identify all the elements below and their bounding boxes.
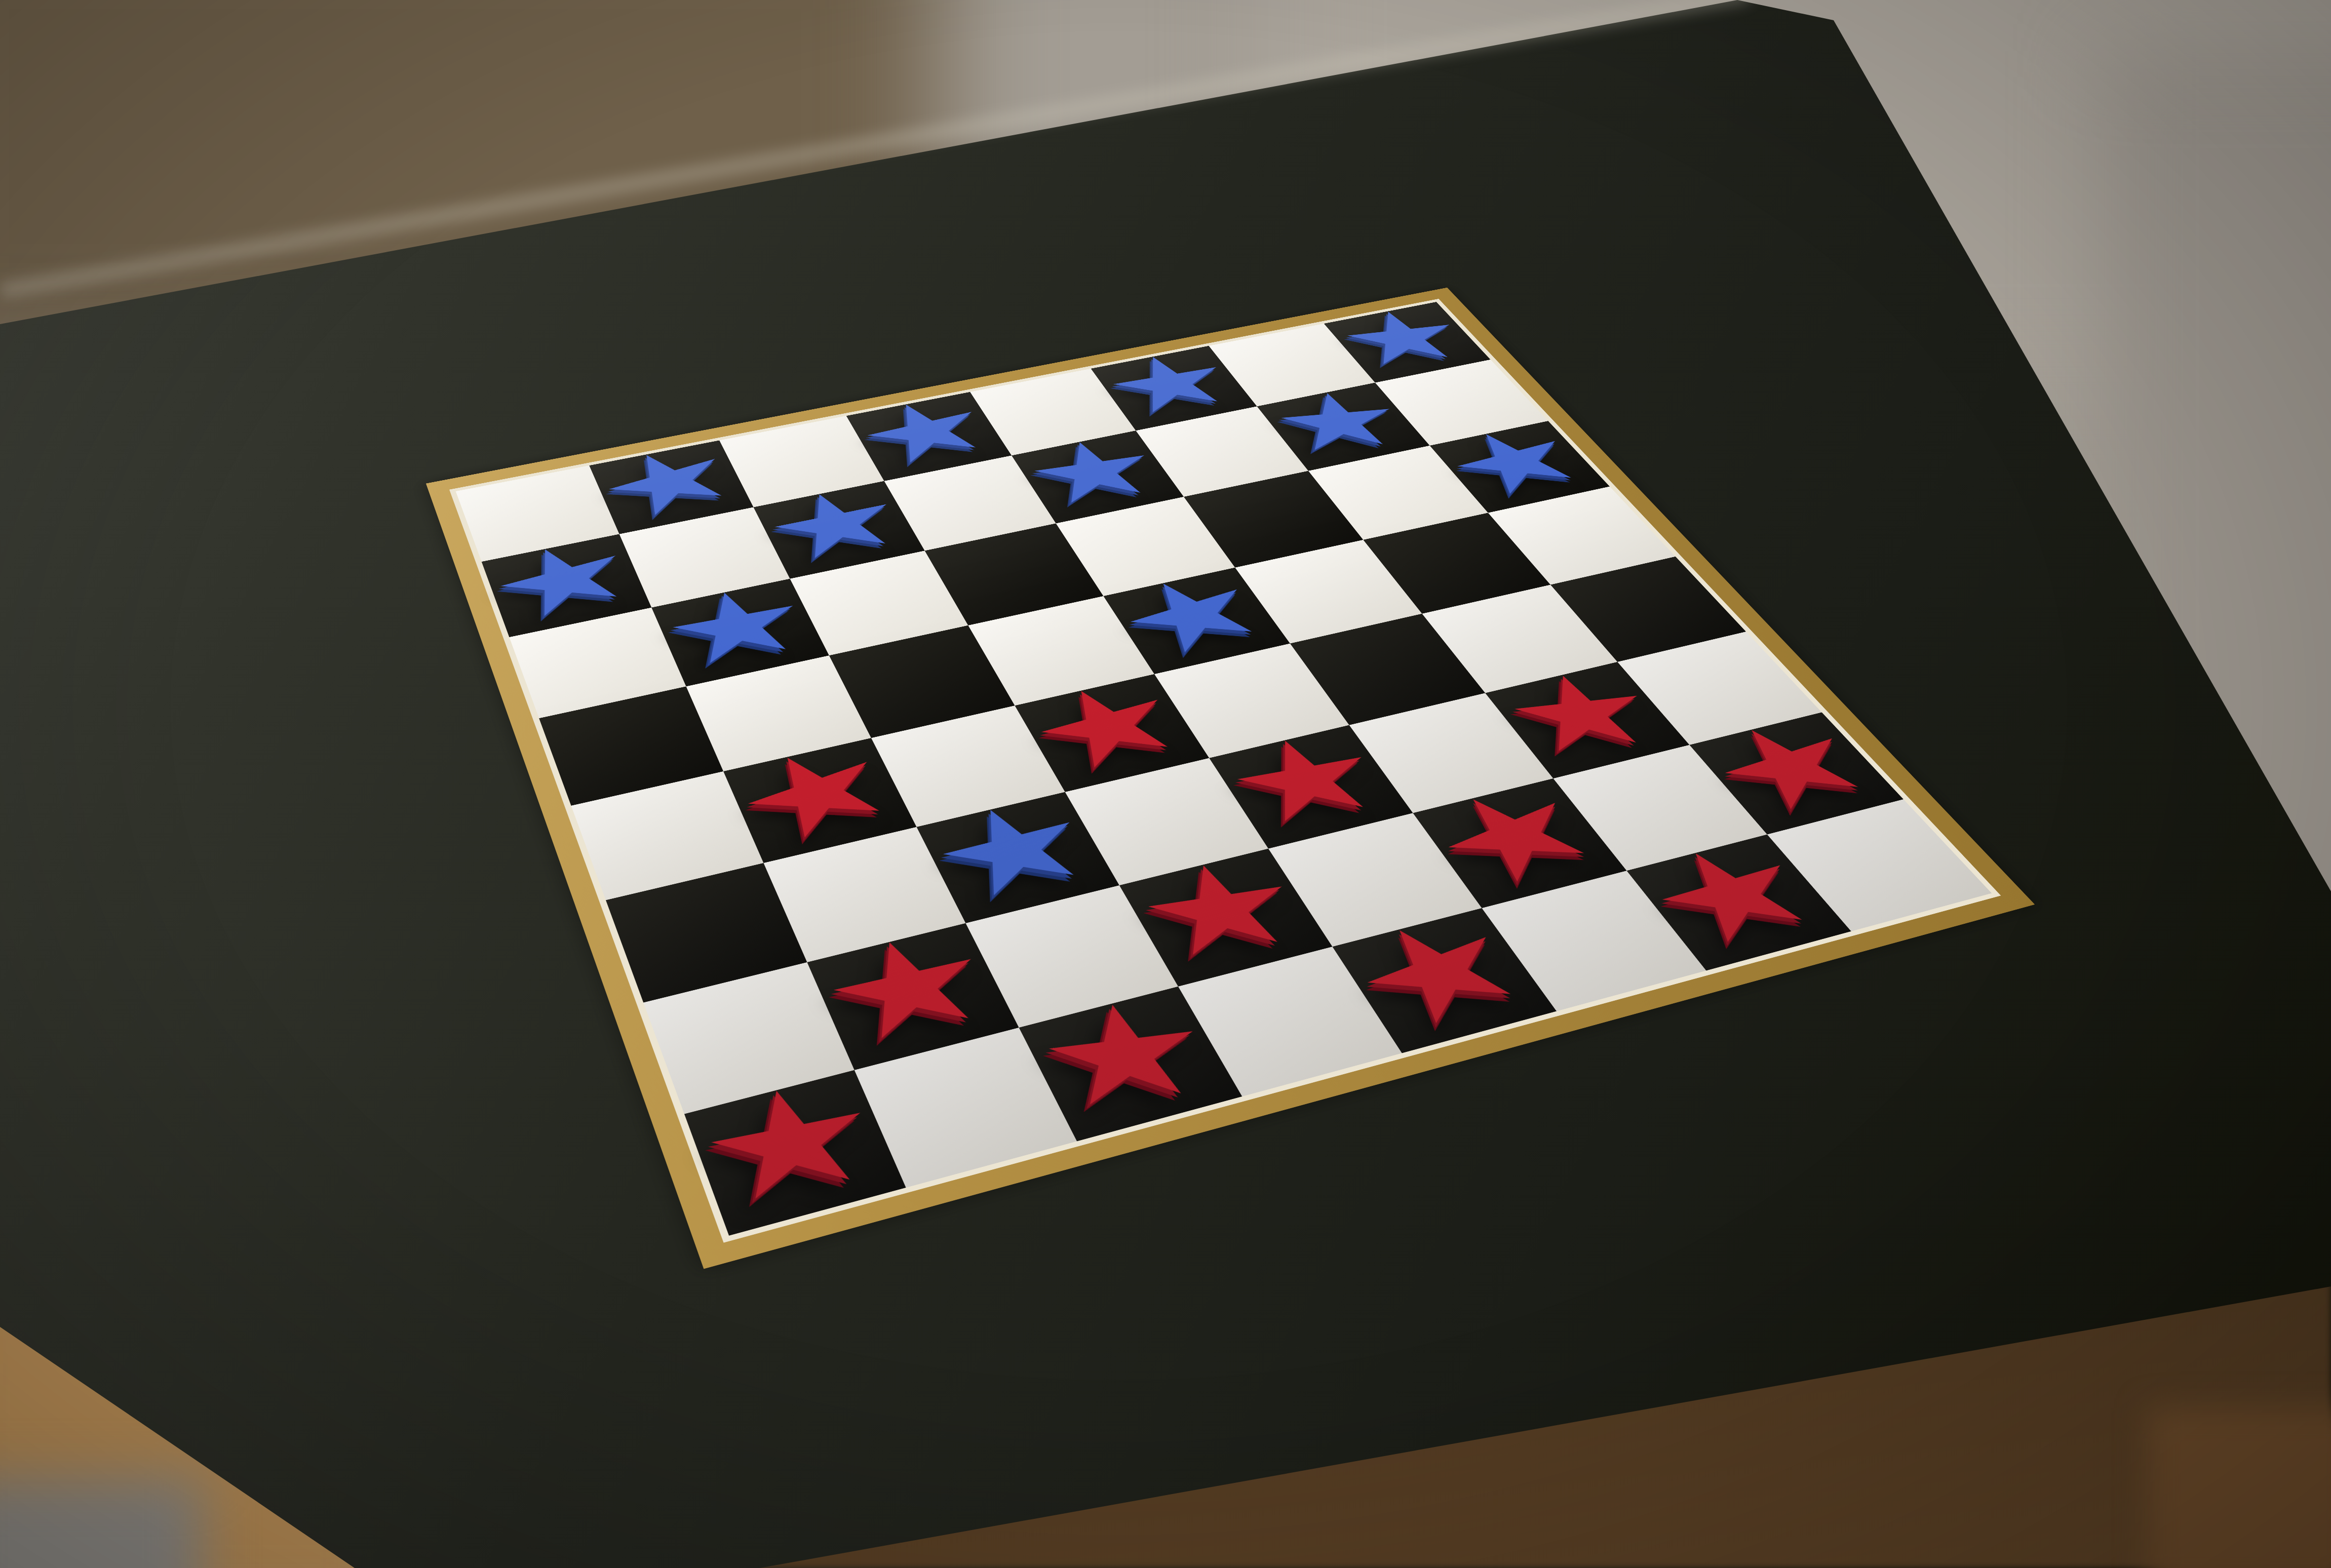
photo-stage: ★★★★★★★★★★★★★★★★★★★★★★★★ (0, 0, 2331, 1568)
background-floor-gray-blur (0, 1479, 203, 1568)
table-corner-wood (2148, 1408, 2331, 1568)
